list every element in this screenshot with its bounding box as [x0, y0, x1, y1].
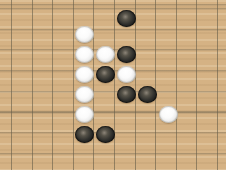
- stone-white: [75, 46, 94, 63]
- stone-black: [96, 66, 115, 83]
- stone-white: [96, 46, 115, 63]
- stone-white: [159, 106, 178, 123]
- stone-white: [117, 66, 136, 83]
- stone-white: [75, 106, 94, 123]
- stone-black: [117, 46, 136, 63]
- stone-black: [75, 126, 94, 143]
- stone-black: [117, 86, 136, 103]
- stone-white: [75, 66, 94, 83]
- gomoku-board[interactable]: [0, 0, 226, 170]
- stone-white: [75, 86, 94, 103]
- stone-black: [138, 86, 157, 103]
- stones-layer: [0, 0, 226, 170]
- stone-white: [75, 26, 94, 43]
- stone-black: [96, 126, 115, 143]
- stone-black: [117, 10, 136, 27]
